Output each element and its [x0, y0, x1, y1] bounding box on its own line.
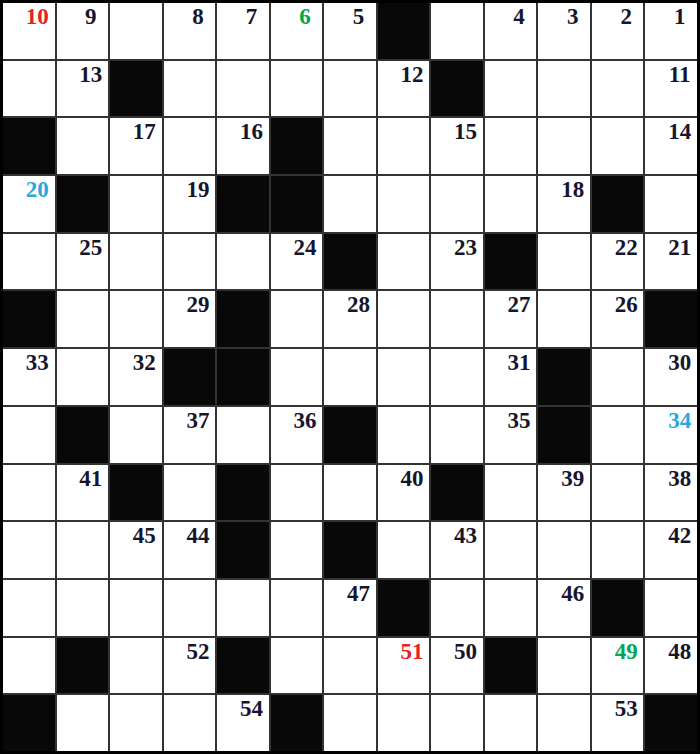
white-cell-r3-c2[interactable] — [57, 118, 109, 174]
black-cell-r8-c2 — [57, 407, 109, 463]
white-cell-r8-c5[interactable] — [217, 407, 269, 463]
white-cell-r5-c11[interactable] — [538, 234, 590, 290]
white-cell-r7-c2[interactable] — [57, 349, 109, 405]
clue-number-51: 51 — [378, 639, 430, 664]
clue-number-28: 28 — [324, 292, 376, 317]
white-cell-r9-c7[interactable] — [324, 465, 376, 521]
white-cell-r2-c10[interactable] — [485, 61, 537, 117]
white-cell-r12-c4[interactable]: 52 — [164, 638, 216, 694]
white-cell-r12-c7[interactable] — [324, 638, 376, 694]
clue-number-21: 21 — [645, 235, 697, 260]
clue-number-50: 50 — [431, 639, 483, 664]
white-cell-r11-c5[interactable] — [217, 580, 269, 636]
white-cell-r6-c7[interactable]: 28 — [324, 291, 376, 347]
white-cell-r5-c1[interactable] — [3, 234, 55, 290]
black-cell-r4-c6 — [271, 176, 323, 232]
clue-number-27: 27 — [485, 292, 537, 317]
white-cell-r9-c2[interactable]: 41 — [57, 465, 109, 521]
white-cell-r11-c1[interactable] — [3, 580, 55, 636]
white-cell-r12-c11[interactable] — [538, 638, 590, 694]
white-cell-r1-c10[interactable]: 4 — [485, 3, 537, 59]
white-cell-r8-c13[interactable]: 34 — [645, 407, 697, 463]
clue-number-35: 35 — [485, 408, 537, 433]
white-cell-r10-c12[interactable] — [592, 522, 644, 578]
white-cell-r11-c11[interactable]: 46 — [538, 580, 590, 636]
black-cell-r7-c4 — [164, 349, 216, 405]
white-cell-r2-c5[interactable] — [217, 61, 269, 117]
white-cell-r4-c10[interactable] — [485, 176, 537, 232]
white-cell-r4-c1[interactable]: 20 — [3, 176, 55, 232]
black-cell-r10-c5 — [217, 522, 269, 578]
white-cell-r5-c6[interactable]: 24 — [271, 234, 323, 290]
black-cell-r9-c5 — [217, 465, 269, 521]
white-cell-r8-c3[interactable] — [110, 407, 162, 463]
white-cell-r11-c4[interactable] — [164, 580, 216, 636]
white-cell-r10-c13[interactable]: 42 — [645, 522, 697, 578]
clue-number-7: 7 — [217, 4, 269, 29]
white-cell-r7-c6[interactable] — [271, 349, 323, 405]
black-cell-r6-c5 — [217, 291, 269, 347]
clue-number-9: 9 — [57, 4, 109, 29]
black-cell-r1-c8 — [378, 3, 430, 59]
black-cell-r11-c8 — [378, 580, 430, 636]
white-cell-r4-c13[interactable] — [645, 176, 697, 232]
clue-number-42: 42 — [645, 523, 697, 548]
white-cell-r13-c12[interactable]: 53 — [592, 695, 644, 751]
clue-number-16: 16 — [217, 119, 269, 144]
black-cell-r2-c3 — [110, 61, 162, 117]
white-cell-r9-c11[interactable]: 39 — [538, 465, 590, 521]
clue-number-52: 52 — [164, 639, 216, 664]
white-cell-r5-c5[interactable] — [217, 234, 269, 290]
white-cell-r6-c3[interactable] — [110, 291, 162, 347]
white-cell-r12-c1[interactable] — [3, 638, 55, 694]
white-cell-r11-c3[interactable] — [110, 580, 162, 636]
white-cell-r11-c13[interactable] — [645, 580, 697, 636]
white-cell-r12-c12[interactable]: 49 — [592, 638, 644, 694]
white-cell-r3-c11[interactable] — [538, 118, 590, 174]
clue-number-6: 6 — [271, 4, 323, 29]
clue-number-14: 14 — [645, 119, 697, 144]
white-cell-r7-c13[interactable]: 30 — [645, 349, 697, 405]
white-cell-r9-c1[interactable] — [3, 465, 55, 521]
white-cell-r13-c3[interactable] — [110, 695, 162, 751]
black-cell-r5-c10 — [485, 234, 537, 290]
white-cell-r12-c3[interactable] — [110, 638, 162, 694]
white-cell-r8-c1[interactable] — [3, 407, 55, 463]
clue-number-10: 10 — [3, 4, 55, 29]
black-cell-r8-c11 — [538, 407, 590, 463]
white-cell-r7-c3[interactable]: 32 — [110, 349, 162, 405]
white-cell-r1-c6[interactable]: 6 — [271, 3, 323, 59]
clue-number-30: 30 — [645, 350, 697, 375]
white-cell-r2-c1[interactable] — [3, 61, 55, 117]
black-cell-r6-c13 — [645, 291, 697, 347]
white-cell-r12-c13[interactable]: 48 — [645, 638, 697, 694]
white-cell-r6-c9[interactable] — [431, 291, 483, 347]
clue-number-23: 23 — [431, 235, 483, 260]
white-cell-r2-c7[interactable] — [324, 61, 376, 117]
white-cell-r10-c1[interactable] — [3, 522, 55, 578]
clue-number-44: 44 — [164, 523, 216, 548]
black-cell-r6-c1 — [3, 291, 55, 347]
white-cell-r2-c6[interactable] — [271, 61, 323, 117]
black-cell-r10-c7 — [324, 522, 376, 578]
black-cell-r5-c7 — [324, 234, 376, 290]
clue-number-17: 17 — [110, 119, 162, 144]
clue-number-29: 29 — [164, 292, 216, 317]
white-cell-r9-c6[interactable] — [271, 465, 323, 521]
white-cell-r13-c11[interactable] — [538, 695, 590, 751]
black-cell-r2-c9 — [431, 61, 483, 117]
white-cell-r4-c11[interactable]: 18 — [538, 176, 590, 232]
black-cell-r7-c11 — [538, 349, 590, 405]
black-cell-r4-c12 — [592, 176, 644, 232]
white-cell-r1-c3[interactable] — [110, 3, 162, 59]
white-cell-r5-c2[interactable]: 25 — [57, 234, 109, 290]
black-cell-r4-c2 — [57, 176, 109, 232]
clue-number-41: 41 — [57, 466, 109, 491]
white-cell-r5-c3[interactable] — [110, 234, 162, 290]
white-cell-r6-c11[interactable] — [538, 291, 590, 347]
white-cell-r5-c12[interactable]: 22 — [592, 234, 644, 290]
clue-number-48: 48 — [645, 639, 697, 664]
black-cell-r13-c13 — [645, 695, 697, 751]
clue-number-43: 43 — [431, 523, 483, 548]
clue-number-2: 2 — [592, 4, 644, 29]
white-cell-r13-c5[interactable]: 54 — [217, 695, 269, 751]
clue-number-49: 49 — [592, 639, 644, 664]
white-cell-r13-c7[interactable] — [324, 695, 376, 751]
black-cell-r9-c3 — [110, 465, 162, 521]
white-cell-r11-c6[interactable] — [271, 580, 323, 636]
white-cell-r1-c9[interactable] — [431, 3, 483, 59]
white-cell-r11-c9[interactable] — [431, 580, 483, 636]
white-cell-r11-c10[interactable] — [485, 580, 537, 636]
clue-number-18: 18 — [538, 177, 590, 202]
black-cell-r9-c9 — [431, 465, 483, 521]
clue-number-15: 15 — [431, 119, 483, 144]
white-cell-r11-c2[interactable] — [57, 580, 109, 636]
white-cell-r12-c6[interactable] — [271, 638, 323, 694]
white-cell-r2-c12[interactable] — [592, 61, 644, 117]
white-cell-r5-c4[interactable] — [164, 234, 216, 290]
white-cell-r2-c4[interactable] — [164, 61, 216, 117]
white-cell-r7-c7[interactable] — [324, 349, 376, 405]
white-cell-r8-c8[interactable] — [378, 407, 430, 463]
black-cell-r12-c5 — [217, 638, 269, 694]
white-cell-r9-c12[interactable] — [592, 465, 644, 521]
white-cell-r13-c9[interactable] — [431, 695, 483, 751]
clue-number-53: 53 — [592, 696, 644, 721]
black-cell-r11-c12 — [592, 580, 644, 636]
white-cell-r10-c4[interactable]: 44 — [164, 522, 216, 578]
clue-number-45: 45 — [110, 523, 162, 548]
white-cell-r1-c1[interactable]: 10 — [3, 3, 55, 59]
white-cell-r4-c8[interactable] — [378, 176, 430, 232]
white-cell-r8-c10[interactable]: 35 — [485, 407, 537, 463]
black-cell-r13-c1 — [3, 695, 55, 751]
black-cell-r3-c1 — [3, 118, 55, 174]
white-cell-r6-c6[interactable] — [271, 291, 323, 347]
white-cell-r6-c2[interactable] — [57, 291, 109, 347]
clue-number-47: 47 — [324, 581, 376, 606]
clue-number-19: 19 — [164, 177, 216, 202]
white-cell-r9-c10[interactable] — [485, 465, 537, 521]
white-cell-r6-c4[interactable]: 29 — [164, 291, 216, 347]
white-cell-r1-c2[interactable]: 9 — [57, 3, 109, 59]
white-cell-r3-c7[interactable] — [324, 118, 376, 174]
white-cell-r8-c6[interactable]: 36 — [271, 407, 323, 463]
clue-number-34: 34 — [645, 408, 697, 433]
crossword-board: 1098765432113121117161514201918252423222… — [0, 0, 700, 754]
clue-number-1: 1 — [645, 4, 697, 29]
clue-number-40: 40 — [378, 466, 430, 491]
black-cell-r4-c5 — [217, 176, 269, 232]
white-cell-r12-c9[interactable]: 50 — [431, 638, 483, 694]
white-cell-r1-c12[interactable]: 2 — [592, 3, 644, 59]
white-cell-r6-c10[interactable]: 27 — [485, 291, 537, 347]
white-cell-r4-c4[interactable]: 19 — [164, 176, 216, 232]
white-cell-r10-c9[interactable]: 43 — [431, 522, 483, 578]
clue-number-13: 13 — [57, 62, 109, 87]
crossword-puzzle: 1098765432113121117161514201918252423222… — [0, 0, 700, 754]
clue-number-46: 46 — [538, 581, 590, 606]
clue-number-54: 54 — [217, 696, 269, 721]
white-cell-r13-c2[interactable] — [57, 695, 109, 751]
clue-number-32: 32 — [110, 350, 162, 375]
white-cell-r2-c8[interactable]: 12 — [378, 61, 430, 117]
clue-number-39: 39 — [538, 466, 590, 491]
white-cell-r9-c8[interactable]: 40 — [378, 465, 430, 521]
white-cell-r13-c10[interactable] — [485, 695, 537, 751]
clue-number-5: 5 — [324, 4, 376, 29]
black-cell-r8-c7 — [324, 407, 376, 463]
white-cell-r8-c4[interactable]: 37 — [164, 407, 216, 463]
white-cell-r3-c9[interactable]: 15 — [431, 118, 483, 174]
white-cell-r10-c8[interactable] — [378, 522, 430, 578]
white-cell-r7-c10[interactable]: 31 — [485, 349, 537, 405]
clue-number-38: 38 — [645, 466, 697, 491]
white-cell-r10-c6[interactable] — [271, 522, 323, 578]
clue-number-3: 3 — [538, 4, 590, 29]
clue-number-31: 31 — [485, 350, 537, 375]
black-cell-r13-c6 — [271, 695, 323, 751]
white-cell-r7-c9[interactable] — [431, 349, 483, 405]
black-cell-r3-c6 — [271, 118, 323, 174]
white-cell-r3-c4[interactable] — [164, 118, 216, 174]
white-cell-r7-c8[interactable] — [378, 349, 430, 405]
white-cell-r6-c12[interactable]: 26 — [592, 291, 644, 347]
white-cell-r3-c5[interactable]: 16 — [217, 118, 269, 174]
clue-number-37: 37 — [164, 408, 216, 433]
clue-number-12: 12 — [378, 62, 430, 87]
white-cell-r12-c8[interactable]: 51 — [378, 638, 430, 694]
white-cell-r4-c3[interactable] — [110, 176, 162, 232]
clue-number-36: 36 — [271, 408, 323, 433]
white-cell-r2-c11[interactable] — [538, 61, 590, 117]
clue-number-4: 4 — [485, 4, 537, 29]
white-cell-r10-c2[interactable] — [57, 522, 109, 578]
white-cell-r10-c10[interactable] — [485, 522, 537, 578]
white-cell-r13-c8[interactable] — [378, 695, 430, 751]
white-cell-r7-c12[interactable] — [592, 349, 644, 405]
white-cell-r3-c10[interactable] — [485, 118, 537, 174]
clue-number-24: 24 — [271, 235, 323, 260]
white-cell-r3-c3[interactable]: 17 — [110, 118, 162, 174]
clue-number-33: 33 — [3, 350, 55, 375]
white-cell-r11-c7[interactable]: 47 — [324, 580, 376, 636]
clue-number-22: 22 — [592, 235, 644, 260]
white-cell-r6-c8[interactable] — [378, 291, 430, 347]
white-cell-r1-c7[interactable]: 5 — [324, 3, 376, 59]
white-cell-r10-c3[interactable]: 45 — [110, 522, 162, 578]
white-cell-r9-c4[interactable] — [164, 465, 216, 521]
white-cell-r5-c9[interactable]: 23 — [431, 234, 483, 290]
white-cell-r3-c8[interactable] — [378, 118, 430, 174]
white-cell-r8-c9[interactable] — [431, 407, 483, 463]
white-cell-r10-c11[interactable] — [538, 522, 590, 578]
white-cell-r9-c13[interactable]: 38 — [645, 465, 697, 521]
clue-number-20: 20 — [3, 177, 55, 202]
white-cell-r4-c9[interactable] — [431, 176, 483, 232]
white-cell-r2-c2[interactable]: 13 — [57, 61, 109, 117]
clue-number-26: 26 — [592, 292, 644, 317]
black-cell-r12-c2 — [57, 638, 109, 694]
white-cell-r3-c12[interactable] — [592, 118, 644, 174]
white-cell-r1-c4[interactable]: 8 — [164, 3, 216, 59]
black-cell-r7-c5 — [217, 349, 269, 405]
white-cell-r7-c1[interactable]: 33 — [3, 349, 55, 405]
white-cell-r1-c11[interactable]: 3 — [538, 3, 590, 59]
clue-number-11: 11 — [645, 62, 697, 87]
white-cell-r2-c13[interactable]: 11 — [645, 61, 697, 117]
white-cell-r4-c7[interactable] — [324, 176, 376, 232]
white-cell-r1-c13[interactable]: 1 — [645, 3, 697, 59]
white-cell-r3-c13[interactable]: 14 — [645, 118, 697, 174]
white-cell-r1-c5[interactable]: 7 — [217, 3, 269, 59]
black-cell-r12-c10 — [485, 638, 537, 694]
clue-number-25: 25 — [57, 235, 109, 260]
white-cell-r5-c13[interactable]: 21 — [645, 234, 697, 290]
white-cell-r5-c8[interactable] — [378, 234, 430, 290]
white-cell-r8-c12[interactable] — [592, 407, 644, 463]
white-cell-r13-c4[interactable] — [164, 695, 216, 751]
clue-number-8: 8 — [164, 4, 216, 29]
